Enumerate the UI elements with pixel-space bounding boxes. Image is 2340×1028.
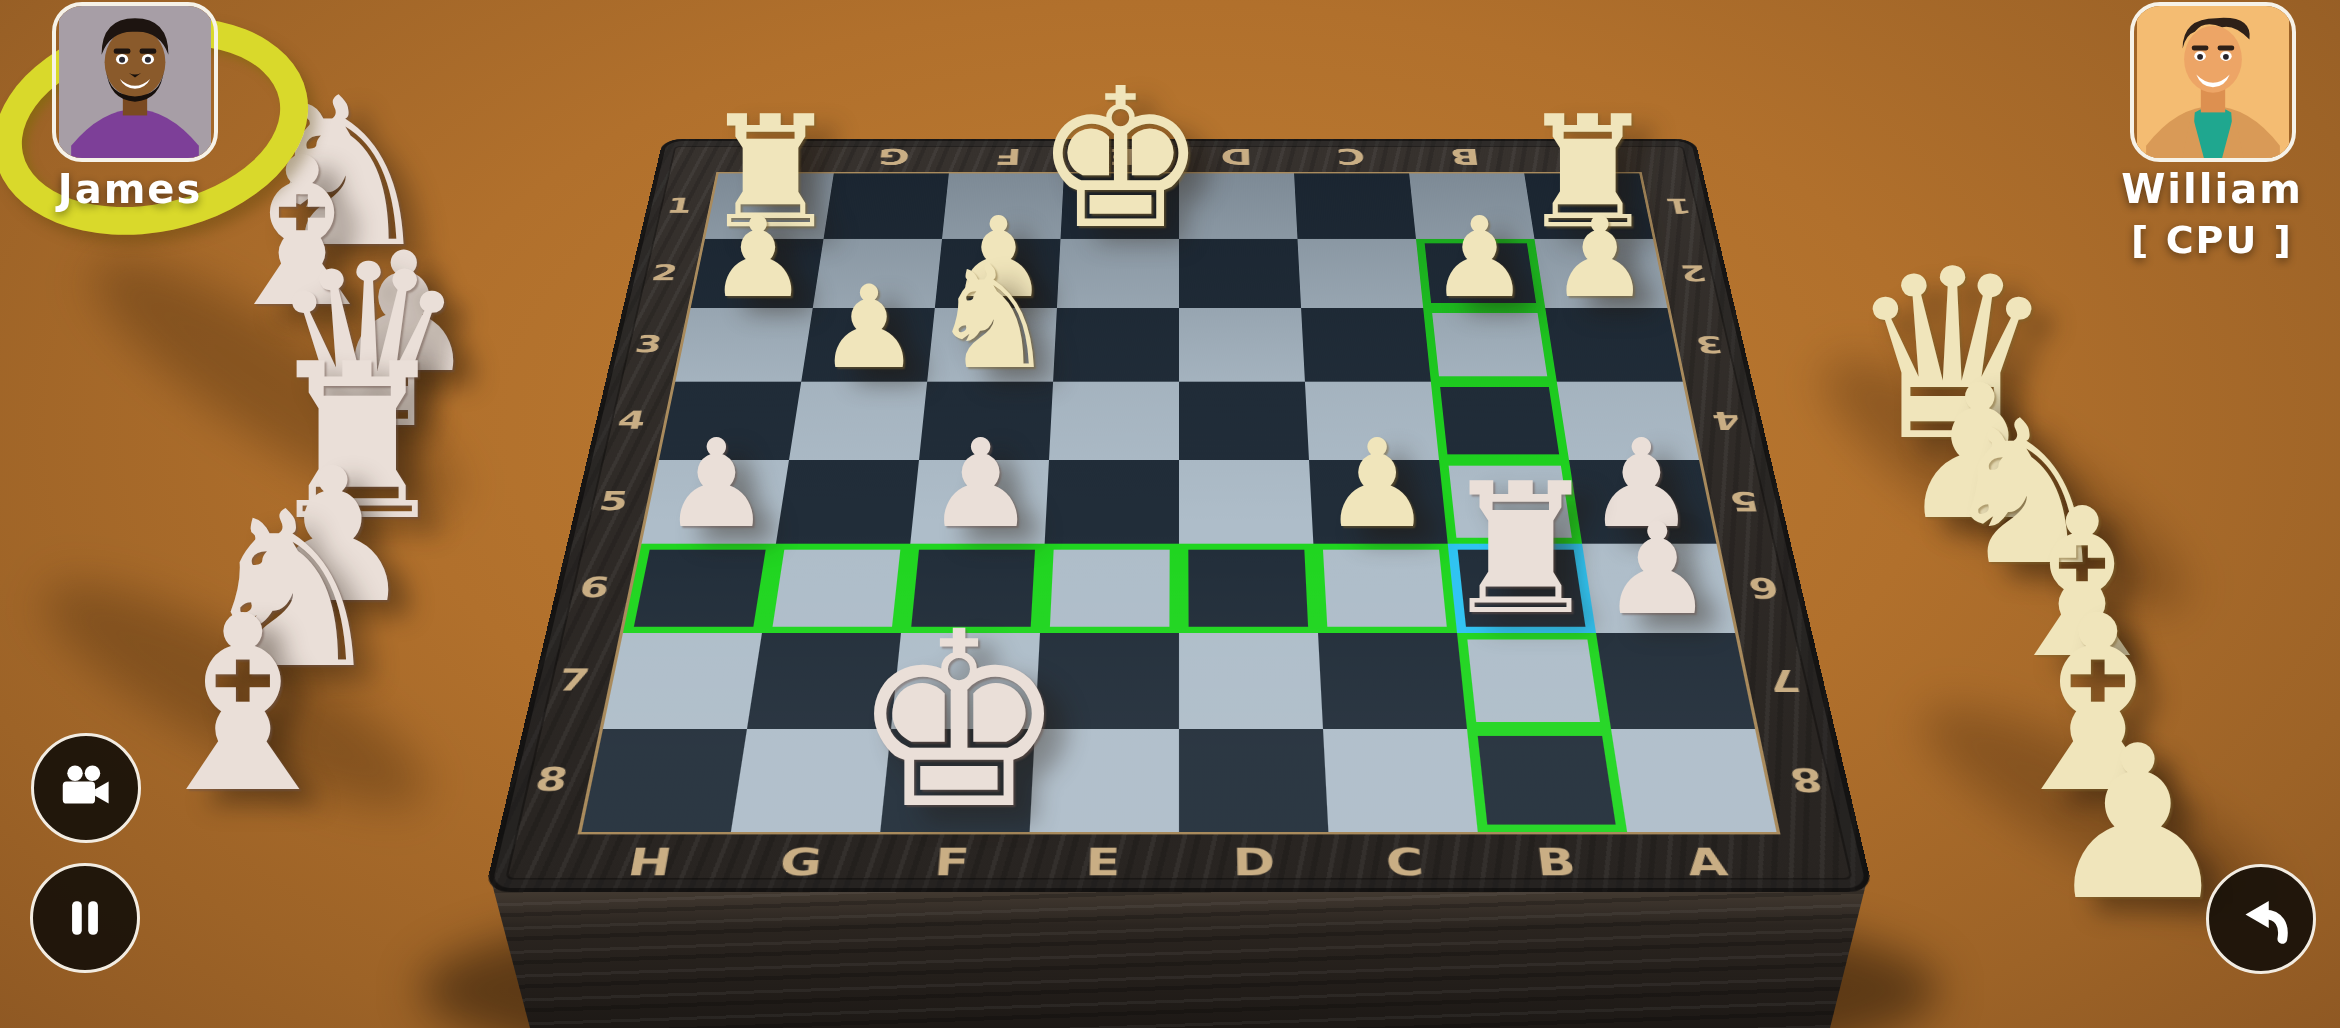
rank-label-left-3: 3 [633,331,665,357]
square-g5[interactable] [776,460,919,544]
rank-label-left-2: 2 [649,261,680,286]
piece-black-rook-b6[interactable]: ♜ [1440,459,1602,640]
piece-black-pawn-h5[interactable]: ♟ [662,423,771,545]
piece-black-pawn-f5[interactable]: ♟ [926,423,1035,545]
square-h8[interactable] [582,729,747,832]
rank-label-right-6: 6 [1745,572,1781,604]
pause-icon [54,887,116,949]
player-name-left: James [20,166,240,212]
square-d6[interactable] [1179,544,1318,633]
square-e3[interactable] [1053,308,1179,382]
file-label-near-C: C [1385,841,1427,884]
square-c1[interactable] [1294,173,1416,238]
rank-label-right-5: 5 [1727,486,1762,516]
undo-icon [2230,888,2292,950]
rank-label-left-5: 5 [596,486,631,516]
square-c8[interactable] [1323,729,1478,832]
square-c3[interactable] [1301,308,1431,382]
square-e4[interactable] [1049,382,1179,460]
piece-white-king-e1[interactable]: ♚ [1034,63,1207,256]
avatar-william [2130,2,2296,162]
undo-button[interactable] [2206,864,2316,974]
camera-button[interactable] [31,733,141,843]
captured-white-pawn-6: ♟ [2043,718,2233,930]
file-label-far-D: D [1219,144,1253,168]
square-c6[interactable] [1313,544,1457,633]
piece-white-pawn-g3[interactable]: ♟ [818,271,921,385]
square-h6[interactable] [623,544,776,633]
captured-black-bishop-8: ♝ [135,584,352,826]
avatar-james-image [56,6,214,158]
game-screen: HHGGFFEEDDCCBBAA1122334455667788 ♜♚♜♟♟♟♟… [0,0,2340,1028]
piece-white-pawn-c5[interactable]: ♟ [1323,423,1432,545]
piece-white-pawn-h2[interactable]: ♟ [708,202,808,313]
square-d8[interactable] [1179,729,1328,832]
file-label-near-G: G [777,841,826,884]
rank-label-right-7: 7 [1765,663,1803,697]
avatar-william-image [2134,6,2292,158]
file-label-far-B: B [1448,144,1482,168]
piece-white-pawn-b2[interactable]: ♟ [1430,202,1530,313]
camera-icon [55,757,117,819]
rank-label-left-4: 4 [615,406,649,434]
file-label-far-C: C [1335,144,1366,168]
square-a8[interactable] [1611,729,1776,832]
player-name-right: William [2102,166,2322,212]
rank-label-right-3: 3 [1693,331,1725,357]
square-e5[interactable] [1045,460,1179,544]
rank-label-right-1: 1 [1663,194,1693,217]
square-g1[interactable] [824,173,949,238]
rank-label-right-2: 2 [1678,261,1709,286]
rank-label-left-8: 8 [532,761,572,797]
square-d3[interactable] [1179,308,1305,382]
piece-black-pawn-a6[interactable]: ♟ [1601,506,1714,632]
file-label-far-F: F [993,144,1022,168]
square-a7[interactable] [1596,633,1755,729]
pause-button[interactable] [30,863,140,973]
cpu-badge: [ CPU ] [2102,218,2322,262]
square-h7[interactable] [603,633,762,729]
rank-label-right-8: 8 [1787,761,1827,797]
square-d7[interactable] [1179,633,1323,729]
avatar-james [52,2,218,162]
square-c2[interactable] [1297,239,1423,308]
square-d4[interactable] [1179,382,1309,460]
file-label-near-A: A [1683,841,1732,884]
rank-label-left-1: 1 [665,194,695,217]
file-label-far-G: G [876,144,912,168]
rank-label-right-4: 4 [1709,406,1743,434]
square-b8[interactable] [1467,729,1627,832]
file-label-near-H: H [625,841,677,884]
file-label-near-E: E [1085,841,1122,884]
file-label-near-B: B [1534,841,1580,884]
rank-label-left-7: 7 [555,663,593,697]
square-d5[interactable] [1179,460,1313,544]
piece-black-king-f8[interactable]: ♚ [850,600,1067,843]
piece-white-knight-f3[interactable]: ♞ [929,246,1057,389]
rank-label-left-6: 6 [576,572,612,604]
file-label-near-D: D [1232,841,1277,884]
piece-white-pawn-a2[interactable]: ♟ [1550,202,1650,313]
